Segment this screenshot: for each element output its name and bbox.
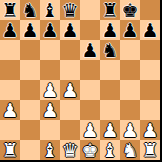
black-knight-f6[interactable]: ♞ (101, 40, 118, 60)
black-pawn-f7[interactable]: ♟ (101, 20, 118, 40)
square-b2[interactable] (20, 120, 40, 140)
square-e2[interactable]: ♟ (80, 120, 100, 140)
square-b7[interactable]: ♟ (20, 20, 40, 40)
square-f2[interactable]: ♟ (100, 120, 120, 140)
white-pawn-f2[interactable]: ♟ (101, 120, 118, 140)
square-c3[interactable]: ♟ (40, 100, 60, 120)
square-e8[interactable] (80, 0, 100, 20)
square-g5[interactable] (120, 60, 140, 80)
white-pawn-g2[interactable]: ♟ (121, 120, 138, 140)
square-h2[interactable]: ♟ (140, 120, 160, 140)
black-king-g8[interactable]: ♚ (121, 0, 138, 20)
square-a6[interactable] (0, 40, 20, 60)
square-h6[interactable] (140, 40, 160, 60)
black-bishop-c8[interactable]: ♝ (41, 0, 58, 20)
square-h4[interactable] (140, 80, 160, 100)
square-g8[interactable]: ♚ (120, 0, 140, 20)
square-e5[interactable] (80, 60, 100, 80)
square-a1[interactable]: ♜ (0, 140, 20, 160)
square-g2[interactable]: ♟ (120, 120, 140, 140)
square-c6[interactable] (40, 40, 60, 60)
square-d5[interactable] (60, 60, 80, 80)
square-e3[interactable] (80, 100, 100, 120)
square-d6[interactable] (60, 40, 80, 60)
black-pawn-h7[interactable]: ♟ (141, 20, 158, 40)
chess-board: ♜♞♝♛♜♚♟♟♟♟♟♟♟♟♞♟♟♟♟♟♟♟♟♜♝♛♚♝♞♜ (0, 0, 160, 160)
square-b3[interactable] (20, 100, 40, 120)
square-h5[interactable] (140, 60, 160, 80)
black-pawn-b7[interactable]: ♟ (21, 20, 38, 40)
white-rook-a1[interactable]: ♜ (1, 140, 18, 160)
square-g7[interactable]: ♟ (120, 20, 140, 40)
square-b5[interactable] (20, 60, 40, 80)
square-b8[interactable]: ♞ (20, 0, 40, 20)
square-b1[interactable] (20, 140, 40, 160)
square-d8[interactable]: ♛ (60, 0, 80, 20)
white-bishop-f1[interactable]: ♝ (101, 140, 118, 160)
white-pawn-c4[interactable]: ♟ (41, 80, 58, 100)
square-f4[interactable] (100, 80, 120, 100)
black-rook-a8[interactable]: ♜ (1, 0, 18, 20)
white-pawn-d4[interactable]: ♟ (61, 80, 78, 100)
square-f1[interactable]: ♝ (100, 140, 120, 160)
square-g4[interactable] (120, 80, 140, 100)
square-f8[interactable]: ♜ (100, 0, 120, 20)
white-rook-h1[interactable]: ♜ (141, 140, 158, 160)
white-pawn-a3[interactable]: ♟ (1, 100, 18, 120)
white-pawn-e2[interactable]: ♟ (81, 120, 98, 140)
square-c2[interactable] (40, 120, 60, 140)
square-g3[interactable] (120, 100, 140, 120)
square-c1[interactable]: ♝ (40, 140, 60, 160)
square-a4[interactable] (0, 80, 20, 100)
square-a7[interactable]: ♟ (0, 20, 20, 40)
square-d1[interactable]: ♛ (60, 140, 80, 160)
white-pawn-c3[interactable]: ♟ (41, 100, 58, 120)
square-a8[interactable]: ♜ (0, 0, 20, 20)
square-c8[interactable]: ♝ (40, 0, 60, 20)
square-h3[interactable] (140, 100, 160, 120)
black-queen-d8[interactable]: ♛ (61, 0, 78, 20)
square-e7[interactable] (80, 20, 100, 40)
square-f3[interactable] (100, 100, 120, 120)
square-e4[interactable] (80, 80, 100, 100)
white-pawn-h2[interactable]: ♟ (141, 120, 158, 140)
square-c4[interactable]: ♟ (40, 80, 60, 100)
square-d7[interactable]: ♟ (60, 20, 80, 40)
square-a5[interactable] (0, 60, 20, 80)
square-d2[interactable] (60, 120, 80, 140)
square-e6[interactable]: ♟ (80, 40, 100, 60)
square-f6[interactable]: ♞ (100, 40, 120, 60)
white-king-e1[interactable]: ♚ (81, 140, 98, 160)
white-knight-g1[interactable]: ♞ (121, 140, 138, 160)
white-queen-d1[interactable]: ♛ (61, 140, 78, 160)
black-knight-b8[interactable]: ♞ (21, 0, 38, 20)
board-frame: ♜♞♝♛♜♚♟♟♟♟♟♟♟♟♞♟♟♟♟♟♟♟♟♜♝♛♚♝♞♜ (0, 0, 162, 162)
square-c5[interactable] (40, 60, 60, 80)
square-d3[interactable] (60, 100, 80, 120)
square-h7[interactable]: ♟ (140, 20, 160, 40)
square-c7[interactable]: ♟ (40, 20, 60, 40)
black-pawn-d7[interactable]: ♟ (61, 20, 78, 40)
black-pawn-c7[interactable]: ♟ (41, 20, 58, 40)
black-pawn-g7[interactable]: ♟ (121, 20, 138, 40)
black-pawn-a7[interactable]: ♟ (1, 20, 18, 40)
white-bishop-c1[interactable]: ♝ (41, 140, 58, 160)
square-e1[interactable]: ♚ (80, 140, 100, 160)
square-f5[interactable] (100, 60, 120, 80)
square-a2[interactable] (0, 120, 20, 140)
square-h8[interactable] (140, 0, 160, 20)
black-rook-f8[interactable]: ♜ (101, 0, 118, 20)
square-h1[interactable]: ♜ (140, 140, 160, 160)
black-pawn-e6[interactable]: ♟ (81, 40, 98, 60)
square-b6[interactable] (20, 40, 40, 60)
square-b4[interactable] (20, 80, 40, 100)
square-a3[interactable]: ♟ (0, 100, 20, 120)
square-g1[interactable]: ♞ (120, 140, 140, 160)
square-g6[interactable] (120, 40, 140, 60)
square-d4[interactable]: ♟ (60, 80, 80, 100)
square-f7[interactable]: ♟ (100, 20, 120, 40)
